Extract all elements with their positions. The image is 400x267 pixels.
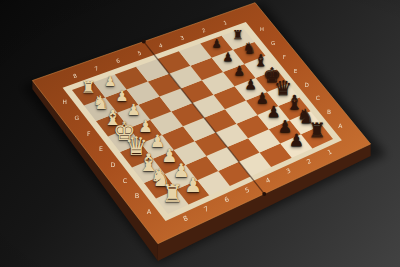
- piece-black-pawn-a2[interactable]: ♟: [289, 132, 304, 149]
- piece-white-rook-a8[interactable]: ♜: [162, 182, 184, 206]
- piece-black-rook-a1[interactable]: ♜: [308, 121, 326, 141]
- piece-black-pawn-f2[interactable]: ♟: [234, 64, 246, 77]
- piece-white-pawn-h7[interactable]: ♟: [104, 75, 116, 89]
- pieces-layer: ♜♟♞♟♝♟♚♟♟♜♛♟♟♝♞♟♟♞♝♟♟♜♚♟♟♛♟♝♟♞♟♜: [0, 0, 400, 267]
- piece-black-pawn-h2[interactable]: ♟: [212, 37, 222, 48]
- piece-white-pawn-a7[interactable]: ♟: [184, 176, 202, 196]
- photo-scene: HGFEDCBA8765432187654321ABCDEFGH ♜♟♞♟♝♟♚…: [0, 0, 400, 267]
- piece-black-pawn-g2[interactable]: ♟: [223, 51, 234, 63]
